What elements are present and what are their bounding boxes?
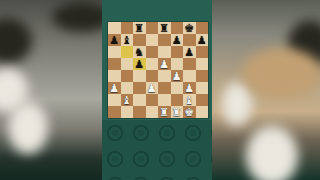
- square-d4[interactable]: [146, 70, 159, 82]
- blurred-white-piece-shape: [246, 126, 298, 180]
- video-content-column: ♜♜♚♟♝♟♟♞♟♟♟♟♟♟♟♝♝♜♜♚: [102, 0, 212, 180]
- square-h8[interactable]: [196, 22, 209, 34]
- white-pawn-e5[interactable]: ♟: [159, 59, 169, 70]
- white-pawn-f4[interactable]: ♟: [172, 71, 182, 82]
- square-h1[interactable]: [196, 106, 209, 118]
- square-f3[interactable]: [171, 82, 184, 94]
- square-d7[interactable]: [146, 34, 159, 46]
- white-pawn-g3[interactable]: ♟: [184, 83, 194, 94]
- black-pawn-g6[interactable]: ♟: [184, 47, 194, 58]
- square-h5[interactable]: [196, 58, 209, 70]
- square-b3[interactable]: [121, 82, 134, 94]
- black-knight-c6[interactable]: ♞: [134, 47, 144, 58]
- square-b8[interactable]: [121, 22, 134, 34]
- blurred-board-shape: [242, 48, 320, 98]
- square-a4[interactable]: [108, 70, 121, 82]
- square-b2[interactable]: ♝: [121, 94, 134, 106]
- blurred-white-bishop-shape: [8, 102, 48, 154]
- chess-board[interactable]: ♜♜♚♟♝♟♟♞♟♟♟♟♟♟♟♝♝♜♜♚: [108, 22, 208, 118]
- square-b6[interactable]: [121, 46, 134, 58]
- square-d3[interactable]: ♟: [146, 82, 159, 94]
- square-b7[interactable]: ♝: [121, 34, 134, 46]
- square-f1[interactable]: ♜: [171, 106, 184, 118]
- square-c6[interactable]: ♞: [133, 46, 146, 58]
- square-c5[interactable]: ♟: [133, 58, 146, 70]
- square-d8[interactable]: [146, 22, 159, 34]
- square-a8[interactable]: [108, 22, 121, 34]
- square-c3[interactable]: [133, 82, 146, 94]
- square-c7[interactable]: [133, 34, 146, 46]
- square-f8[interactable]: [171, 22, 184, 34]
- square-e2[interactable]: [158, 94, 171, 106]
- white-pawn-d3[interactable]: ♟: [147, 83, 157, 94]
- square-d1[interactable]: [146, 106, 159, 118]
- black-pawn-h7[interactable]: ♟: [197, 35, 207, 46]
- square-g8[interactable]: ♚: [183, 22, 196, 34]
- square-e4[interactable]: [158, 70, 171, 82]
- square-g5[interactable]: [183, 58, 196, 70]
- white-king-g1[interactable]: ♚: [184, 107, 194, 118]
- square-e3[interactable]: [158, 82, 171, 94]
- square-e1[interactable]: ♜: [158, 106, 171, 118]
- square-h2[interactable]: [196, 94, 209, 106]
- square-e5[interactable]: ♟: [158, 58, 171, 70]
- square-g6[interactable]: ♟: [183, 46, 196, 58]
- black-pawn-a7[interactable]: ♟: [109, 35, 119, 46]
- white-rook-e1[interactable]: ♜: [159, 107, 169, 118]
- square-g3[interactable]: ♟: [183, 82, 196, 94]
- square-e7[interactable]: [158, 34, 171, 46]
- blurred-left-background: [0, 0, 102, 180]
- black-pawn-c5[interactable]: ♟: [134, 59, 144, 70]
- video-frame: ♜♜♚♟♝♟♟♞♟♟♟♟♟♟♟♝♝♜♜♚: [0, 0, 320, 180]
- square-g1[interactable]: ♚: [183, 106, 196, 118]
- square-g7[interactable]: [183, 34, 196, 46]
- patterned-green-background: [102, 120, 212, 180]
- square-a2[interactable]: [108, 94, 121, 106]
- square-b1[interactable]: [121, 106, 134, 118]
- square-h7[interactable]: ♟: [196, 34, 209, 46]
- square-b5[interactable]: [121, 58, 134, 70]
- blurred-black-piece-shape: [0, 18, 32, 64]
- square-f2[interactable]: [171, 94, 184, 106]
- square-f4[interactable]: ♟: [171, 70, 184, 82]
- square-a1[interactable]: [108, 106, 121, 118]
- white-bishop-g2[interactable]: ♝: [184, 95, 194, 106]
- square-a5[interactable]: [108, 58, 121, 70]
- black-king-g8[interactable]: ♚: [184, 23, 194, 34]
- square-a6[interactable]: [108, 46, 121, 58]
- square-e8[interactable]: ♜: [158, 22, 171, 34]
- black-bishop-b7[interactable]: ♝: [122, 35, 132, 46]
- square-e6[interactable]: [158, 46, 171, 58]
- blurred-dark-area: [52, 2, 102, 32]
- square-c1[interactable]: [133, 106, 146, 118]
- white-bishop-b2[interactable]: ♝: [122, 95, 132, 106]
- white-rook-f1[interactable]: ♜: [172, 107, 182, 118]
- square-g4[interactable]: [183, 70, 196, 82]
- square-c2[interactable]: [133, 94, 146, 106]
- square-h6[interactable]: [196, 46, 209, 58]
- square-h3[interactable]: [196, 82, 209, 94]
- square-a7[interactable]: ♟: [108, 34, 121, 46]
- blurred-right-background: [212, 0, 320, 180]
- square-c8[interactable]: ♜: [133, 22, 146, 34]
- black-rook-e8[interactable]: ♜: [159, 23, 169, 34]
- black-pawn-f7[interactable]: ♟: [172, 35, 182, 46]
- square-c4[interactable]: [133, 70, 146, 82]
- black-rook-c8[interactable]: ♜: [134, 23, 144, 34]
- square-g2[interactable]: ♝: [183, 94, 196, 106]
- square-d5[interactable]: [146, 58, 159, 70]
- square-d6[interactable]: [146, 46, 159, 58]
- white-pawn-a3[interactable]: ♟: [109, 83, 119, 94]
- square-d2[interactable]: [146, 94, 159, 106]
- blurred-white-pawn-shape: [222, 82, 252, 126]
- square-b4[interactable]: [121, 70, 134, 82]
- square-h4[interactable]: [196, 70, 209, 82]
- square-f5[interactable]: [171, 58, 184, 70]
- square-f7[interactable]: ♟: [171, 34, 184, 46]
- square-a3[interactable]: ♟: [108, 82, 121, 94]
- square-f6[interactable]: [171, 46, 184, 58]
